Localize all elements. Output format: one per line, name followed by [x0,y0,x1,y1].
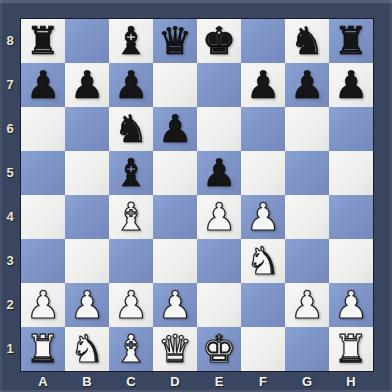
rank-label-7: 7 [0,63,20,107]
square-f4[interactable]: ♟ [241,195,285,239]
file-label-g: G [285,372,329,392]
square-h8[interactable]: ♜ [329,19,373,63]
piece-black-pawn[interactable]: ♟ [246,63,280,107]
square-e7[interactable] [197,63,241,107]
piece-white-knight[interactable]: ♞ [70,327,104,371]
piece-black-pawn[interactable]: ♟ [202,151,236,195]
square-h3[interactable] [329,239,373,283]
piece-white-pawn[interactable]: ♟ [334,283,368,327]
square-e3[interactable] [197,239,241,283]
rank-label-5: 5 [0,151,20,195]
square-f8[interactable] [241,19,285,63]
square-b5[interactable] [65,151,109,195]
square-e5[interactable]: ♟ [197,151,241,195]
square-g3[interactable] [285,239,329,283]
square-c1[interactable]: ♝ [109,327,153,371]
chessboard-frame: ♜♝♛♚♞♜♟♟♟♟♟♟♞♟♝♟♝♟♟♞♟♟♟♟♟♟♜♞♝♛♚♜ 8765432… [0,0,392,392]
square-c5[interactable]: ♝ [109,151,153,195]
square-g7[interactable]: ♟ [285,63,329,107]
square-h2[interactable]: ♟ [329,283,373,327]
piece-white-pawn[interactable]: ♟ [290,283,324,327]
square-a6[interactable] [21,107,65,151]
square-f2[interactable] [241,283,285,327]
square-a3[interactable] [21,239,65,283]
square-d2[interactable]: ♟ [153,283,197,327]
square-b8[interactable] [65,19,109,63]
square-g2[interactable]: ♟ [285,283,329,327]
square-b1[interactable]: ♞ [65,327,109,371]
square-e8[interactable]: ♚ [197,19,241,63]
rank-label-2: 2 [0,283,20,327]
square-g6[interactable] [285,107,329,151]
square-d8[interactable]: ♛ [153,19,197,63]
piece-white-pawn[interactable]: ♟ [114,283,148,327]
square-g8[interactable]: ♞ [285,19,329,63]
square-f5[interactable] [241,151,285,195]
piece-black-knight[interactable]: ♞ [114,107,148,151]
square-g4[interactable] [285,195,329,239]
square-e4[interactable]: ♟ [197,195,241,239]
file-label-e: E [197,372,241,392]
file-label-d: D [153,372,197,392]
piece-black-pawn[interactable]: ♟ [70,63,104,107]
square-a2[interactable]: ♟ [21,283,65,327]
piece-white-rook[interactable]: ♜ [26,327,60,371]
square-a4[interactable] [21,195,65,239]
square-f3[interactable]: ♞ [241,239,285,283]
file-label-c: C [109,372,153,392]
square-b6[interactable] [65,107,109,151]
square-a7[interactable]: ♟ [21,63,65,107]
square-g1[interactable] [285,327,329,371]
square-c4[interactable]: ♝ [109,195,153,239]
piece-white-pawn[interactable]: ♟ [246,195,280,239]
square-a1[interactable]: ♜ [21,327,65,371]
square-e6[interactable] [197,107,241,151]
square-c2[interactable]: ♟ [109,283,153,327]
square-d7[interactable] [153,63,197,107]
square-d5[interactable] [153,151,197,195]
piece-white-bishop[interactable]: ♝ [114,327,148,371]
piece-white-king[interactable]: ♚ [202,327,236,371]
square-d6[interactable]: ♟ [153,107,197,151]
square-d1[interactable]: ♛ [153,327,197,371]
piece-black-bishop[interactable]: ♝ [114,151,148,195]
square-h6[interactable] [329,107,373,151]
piece-white-rook[interactable]: ♜ [334,327,368,371]
file-label-a: A [21,372,65,392]
square-c6[interactable]: ♞ [109,107,153,151]
square-c7[interactable]: ♟ [109,63,153,107]
rank-label-6: 6 [0,107,20,151]
piece-white-pawn[interactable]: ♟ [70,283,104,327]
piece-black-queen[interactable]: ♛ [158,19,192,63]
square-a8[interactable]: ♜ [21,19,65,63]
square-c3[interactable] [109,239,153,283]
square-c8[interactable]: ♝ [109,19,153,63]
rank-label-3: 3 [0,239,20,283]
square-h4[interactable] [329,195,373,239]
square-f1[interactable] [241,327,285,371]
piece-white-knight[interactable]: ♞ [246,239,280,283]
piece-black-pawn[interactable]: ♟ [290,63,324,107]
square-g5[interactable] [285,151,329,195]
square-e2[interactable] [197,283,241,327]
rank-label-4: 4 [0,195,20,239]
piece-black-rook[interactable]: ♜ [334,19,368,63]
piece-white-bishop[interactable]: ♝ [114,195,148,239]
piece-white-pawn[interactable]: ♟ [158,283,192,327]
piece-black-rook[interactable]: ♜ [26,19,60,63]
piece-black-pawn[interactable]: ♟ [114,63,148,107]
square-f6[interactable] [241,107,285,151]
square-b4[interactable] [65,195,109,239]
rank-label-8: 8 [0,19,20,63]
square-a5[interactable] [21,151,65,195]
square-f7[interactable]: ♟ [241,63,285,107]
square-b2[interactable]: ♟ [65,283,109,327]
square-d3[interactable] [153,239,197,283]
piece-white-pawn[interactable]: ♟ [202,195,236,239]
square-b3[interactable] [65,239,109,283]
piece-black-pawn[interactable]: ♟ [334,63,368,107]
file-label-f: F [241,372,285,392]
square-e1[interactable]: ♚ [197,327,241,371]
piece-black-bishop[interactable]: ♝ [114,19,148,63]
square-h5[interactable] [329,151,373,195]
piece-black-knight[interactable]: ♞ [290,19,324,63]
chessboard: ♜♝♛♚♞♜♟♟♟♟♟♟♞♟♝♟♝♟♟♞♟♟♟♟♟♟♜♞♝♛♚♜ [20,18,374,372]
piece-white-pawn[interactable]: ♟ [26,283,60,327]
square-d4[interactable] [153,195,197,239]
piece-black-pawn[interactable]: ♟ [26,63,60,107]
piece-black-pawn[interactable]: ♟ [158,107,192,151]
piece-white-queen[interactable]: ♛ [158,327,192,371]
rank-label-1: 1 [0,327,20,371]
square-h1[interactable]: ♜ [329,327,373,371]
square-h7[interactable]: ♟ [329,63,373,107]
piece-black-king[interactable]: ♚ [202,19,236,63]
file-label-h: H [329,372,373,392]
file-label-b: B [65,372,109,392]
square-b7[interactable]: ♟ [65,63,109,107]
